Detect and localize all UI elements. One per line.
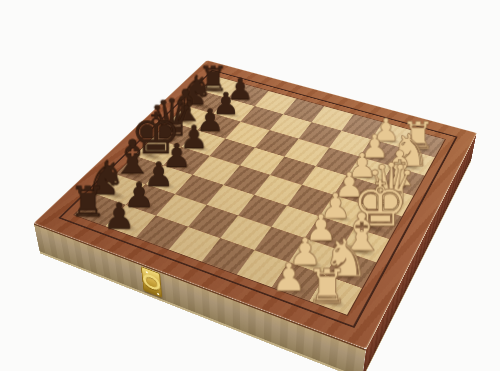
piece-black-pawn[interactable]: ♟ <box>100 198 138 234</box>
piece-white-pawn[interactable]: ♟ <box>268 257 309 296</box>
piece-white-rook[interactable]: ♜ <box>306 263 347 310</box>
board-top: ♜♟♟♜♞♟♟♞♝♟♟♝♛♟♟♛♚♟♟♚♝♟♟♝♞♟♟♞♜♟♟♜ <box>34 60 477 349</box>
product-photo-stage: ♜♟♟♜♞♟♟♞♝♟♟♝♛♟♟♛♚♟♟♚♝♟♟♝♞♟♟♞♜♟♟♜ <box>0 0 500 371</box>
latch-hook <box>142 272 160 292</box>
chess-box: ♜♟♟♜♞♟♟♞♝♟♟♝♛♟♟♛♚♟♟♚♝♟♟♝♞♟♟♞♜♟♟♜ <box>34 60 477 349</box>
